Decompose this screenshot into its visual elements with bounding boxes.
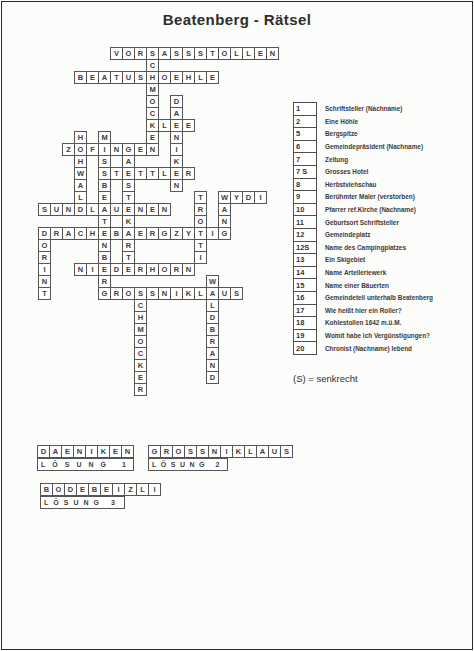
grid-cell: O (194, 215, 207, 228)
clue-number: 13 (293, 253, 317, 267)
clue-number: 17 (293, 304, 317, 318)
clue-number: 18 (293, 316, 317, 330)
grid-cell: N (218, 215, 231, 228)
clue-row: 12SName des Campingplatzes (293, 241, 406, 255)
clue-row: 19Womit habe ich Vergünstigungen? (293, 329, 430, 343)
clue-number: 1 (293, 102, 317, 116)
grid-cell: E (206, 71, 219, 84)
clue-number: 2 (293, 115, 317, 129)
clue-row: 15Name einer Bäuerten (293, 278, 389, 292)
clue-row: 7Zeitung (293, 152, 348, 166)
clue-row: 13Ein Skigebiet (293, 253, 365, 267)
clue-text: Bergspitze (325, 130, 358, 137)
clue-number: 12 (293, 228, 317, 242)
grid-cell: B (98, 251, 111, 264)
grid-cell: E (146, 131, 159, 144)
grid-cell: T (122, 191, 135, 204)
clue-row: 20Chronist (Nachname) lebend (293, 341, 412, 355)
grid-cell: N (182, 263, 195, 276)
clue-row: 12Gemeindeplatz (293, 228, 370, 242)
grid-cell: N (146, 143, 159, 156)
clue-text: Chronist (Nachname) lebend (325, 345, 412, 352)
clue-number: 15 (293, 278, 317, 292)
clue-row: 18Kohlestollen 1642 m.ü.M. (293, 316, 401, 330)
grid-cell: S (230, 287, 243, 300)
clue-row: 8Herbstviehschau (293, 178, 377, 192)
grid-cell: T (122, 251, 135, 264)
clue-text: Eine Höhle (325, 118, 358, 125)
clue-number: 6 (293, 140, 317, 154)
clue-text: Womit habe ich Vergünstigungen? (325, 332, 430, 339)
solution-label: LÖSUNG 1 (37, 458, 134, 472)
grid-cell: I (194, 251, 207, 264)
grid-cell: N (170, 179, 183, 192)
solution-label: LÖSUNG 3 (40, 496, 125, 510)
grid-cell: G (218, 227, 231, 240)
grid-cell: R (134, 383, 147, 396)
solution-cell: S (280, 445, 293, 458)
clue-text: Ein Skigebiet (325, 256, 365, 263)
clue-text: Geburtsort Schriftsteller (325, 219, 399, 226)
grid-cell: C (146, 107, 159, 120)
clue-text: Zeitung (325, 156, 348, 163)
clue-number: 12S (293, 241, 317, 255)
clue-text: Name einer Bäuerten (325, 282, 389, 289)
clue-text: Name Artelleriewerk (325, 269, 386, 276)
clue-text: Name des Campingplatzes (325, 244, 406, 251)
solution-cell: I (148, 483, 161, 496)
clue-number: 9 (293, 190, 317, 204)
clue-text: Herbstviehschau (325, 181, 377, 188)
grid-cell: C (146, 59, 159, 72)
clue-number: 10 (293, 203, 317, 217)
clue-text: Schriftsteller (Nachname) (325, 105, 402, 112)
grid-cell: R (98, 275, 111, 288)
grid-cell: T (38, 287, 51, 300)
clue-number: 19 (293, 329, 317, 343)
clue-text: Grosses Hotel (325, 168, 368, 175)
clue-text: Gemeindepräsident (Nachname) (325, 143, 423, 150)
grid-cell: T (98, 215, 111, 228)
clue-row: 11Geburtsort Schriftsteller (293, 215, 399, 229)
clue-number: 5 (293, 127, 317, 141)
grid-cell: A (122, 155, 135, 168)
grid-cell: I (254, 191, 267, 204)
clue-row: 7 SGrosses Hotel (293, 165, 368, 179)
grid-cell: A (170, 107, 183, 120)
clue-number: 11 (293, 215, 317, 229)
grid-cell: R (182, 167, 195, 180)
clue-number: 20 (293, 341, 317, 355)
grid-cell: H (74, 131, 87, 144)
clue-row: 16Gemeindeteil unterhalb Beatenberg (293, 291, 433, 305)
clue-row: 6Gemeindepräsident (Nachname) (293, 140, 423, 154)
grid-cell: K (122, 215, 135, 228)
clue-row: 1Schriftsteller (Nachname) (293, 102, 402, 116)
grid-cell: M (98, 131, 111, 144)
grid-cell: L (74, 191, 87, 204)
grid-cell: N (158, 203, 171, 216)
clue-text: Gemeindeteil unterhalb Beatenberg (325, 294, 433, 301)
clue-text: Wie heißt hier ein Roller? (325, 307, 402, 314)
grid-cell: S (98, 155, 111, 168)
scanned-page: Beatenberg - Rätsel VORSASSSTOLLENBEATUS… (1, 1, 473, 650)
clue-number: 8 (293, 178, 317, 192)
grid-cell: D (206, 371, 219, 384)
grid-cell: W (206, 275, 219, 288)
clue-number: 7 S (293, 165, 317, 179)
clue-row: 9Berühmter Maler (verstorben) (293, 190, 415, 204)
legend-note: (S) = senkrecht (293, 373, 358, 384)
clue-text: Gemeindeplatz (325, 231, 370, 238)
grid-cell: N (266, 47, 279, 60)
clue-text: Berühmter Maler (verstorben) (325, 193, 415, 200)
clue-row: 17Wie heißt hier ein Roller? (293, 304, 402, 318)
grid-cell: K (170, 155, 183, 168)
page-title: Beatenberg - Rätsel (2, 11, 472, 28)
clue-text: Pfarrer ref.Kirche (Nachname) (325, 206, 416, 213)
clue-row: 10Pfarrer ref.Kirche (Nachname) (293, 203, 416, 217)
clue-number: 16 (293, 291, 317, 305)
clue-text: Kohlestollen 1642 m.ü.M. (325, 319, 401, 326)
grid-cell: E (182, 119, 195, 132)
solution-label: LÖSUNG 2 (148, 458, 228, 472)
grid-cell: E (98, 191, 111, 204)
clue-row: 2Eine Höhle (293, 115, 358, 129)
solution-cell: N (121, 445, 134, 458)
clue-row: 14Name Artelleriewerk (293, 266, 386, 280)
clue-number: 7 (293, 152, 317, 166)
clue-number: 14 (293, 266, 317, 280)
clue-row: 5Bergspitze (293, 127, 358, 141)
